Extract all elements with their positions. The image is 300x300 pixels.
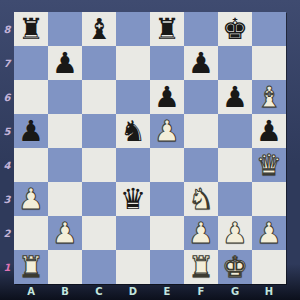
- square-e7[interactable]: [150, 46, 184, 80]
- rank-label-2: 2: [0, 216, 14, 250]
- square-h8[interactable]: [252, 12, 286, 46]
- square-b4[interactable]: [48, 148, 82, 182]
- square-f1[interactable]: ♜: [184, 250, 218, 284]
- white-pawn-b2[interactable]: ♟: [48, 216, 82, 250]
- file-labels: ABCDEFGH: [14, 284, 286, 300]
- square-c8[interactable]: ♝: [82, 12, 116, 46]
- square-f4[interactable]: [184, 148, 218, 182]
- square-g5[interactable]: [218, 114, 252, 148]
- square-c5[interactable]: [82, 114, 116, 148]
- square-g3[interactable]: [218, 182, 252, 216]
- square-f6[interactable]: [184, 80, 218, 114]
- white-bishop-h6[interactable]: ♝: [252, 80, 286, 114]
- white-rook-a1[interactable]: ♜: [14, 250, 48, 284]
- square-b1[interactable]: [48, 250, 82, 284]
- square-f7[interactable]: ♟: [184, 46, 218, 80]
- square-g8[interactable]: ♚: [218, 12, 252, 46]
- white-pawn-h2[interactable]: ♟: [252, 216, 286, 250]
- square-f5[interactable]: [184, 114, 218, 148]
- square-h4[interactable]: ♛: [252, 148, 286, 182]
- file-label-f: F: [184, 284, 218, 300]
- rank-label-3: 3: [0, 182, 14, 216]
- square-h7[interactable]: [252, 46, 286, 80]
- chessboard: ♜♝♜♚♟♟♟♟♝♟♞♟♟♛♟♛♞♟♟♟♟♜♜♚: [14, 12, 286, 284]
- black-rook-e8[interactable]: ♜: [150, 12, 184, 46]
- square-a1[interactable]: ♜: [14, 250, 48, 284]
- square-d7[interactable]: [116, 46, 150, 80]
- square-e3[interactable]: [150, 182, 184, 216]
- square-f3[interactable]: ♞: [184, 182, 218, 216]
- black-knight-d5[interactable]: ♞: [116, 114, 150, 148]
- square-b5[interactable]: [48, 114, 82, 148]
- square-b3[interactable]: [48, 182, 82, 216]
- square-a6[interactable]: [14, 80, 48, 114]
- white-pawn-e5[interactable]: ♟: [150, 114, 184, 148]
- square-a4[interactable]: [14, 148, 48, 182]
- file-label-e: E: [150, 284, 184, 300]
- rank-label-7: 7: [0, 46, 14, 80]
- square-b7[interactable]: ♟: [48, 46, 82, 80]
- square-e6[interactable]: ♟: [150, 80, 184, 114]
- white-pawn-g2[interactable]: ♟: [218, 216, 252, 250]
- file-label-b: B: [48, 284, 82, 300]
- white-pawn-a3[interactable]: ♟: [14, 182, 48, 216]
- square-h2[interactable]: ♟: [252, 216, 286, 250]
- black-king-g8[interactable]: ♚: [218, 12, 252, 46]
- file-label-g: G: [218, 284, 252, 300]
- square-e2[interactable]: [150, 216, 184, 250]
- square-g1[interactable]: ♚: [218, 250, 252, 284]
- square-f8[interactable]: [184, 12, 218, 46]
- black-pawn-e6[interactable]: ♟: [150, 80, 184, 114]
- square-c7[interactable]: [82, 46, 116, 80]
- square-f2[interactable]: ♟: [184, 216, 218, 250]
- file-label-h: H: [252, 284, 286, 300]
- square-c3[interactable]: [82, 182, 116, 216]
- black-pawn-b7[interactable]: ♟: [48, 46, 82, 80]
- square-h3[interactable]: [252, 182, 286, 216]
- square-e5[interactable]: ♟: [150, 114, 184, 148]
- rank-label-4: 4: [0, 148, 14, 182]
- square-g7[interactable]: [218, 46, 252, 80]
- file-label-c: C: [82, 284, 116, 300]
- white-king-g1[interactable]: ♚: [218, 250, 252, 284]
- white-rook-f1[interactable]: ♜: [184, 250, 218, 284]
- square-d3[interactable]: ♛: [116, 182, 150, 216]
- black-pawn-f7[interactable]: ♟: [184, 46, 218, 80]
- black-pawn-g6[interactable]: ♟: [218, 80, 252, 114]
- square-h6[interactable]: ♝: [252, 80, 286, 114]
- square-b6[interactable]: [48, 80, 82, 114]
- square-b2[interactable]: ♟: [48, 216, 82, 250]
- square-c4[interactable]: [82, 148, 116, 182]
- rank-label-1: 1: [0, 250, 14, 284]
- file-label-d: D: [116, 284, 150, 300]
- square-g6[interactable]: ♟: [218, 80, 252, 114]
- white-pawn-f2[interactable]: ♟: [184, 216, 218, 250]
- white-queen-h4[interactable]: ♛: [252, 148, 286, 182]
- square-e1[interactable]: [150, 250, 184, 284]
- rank-label-8: 8: [0, 12, 14, 46]
- square-b8[interactable]: [48, 12, 82, 46]
- rank-label-6: 6: [0, 80, 14, 114]
- black-rook-a8[interactable]: ♜: [14, 12, 48, 46]
- black-bishop-c8[interactable]: ♝: [82, 12, 116, 46]
- square-d2[interactable]: [116, 216, 150, 250]
- square-c2[interactable]: [82, 216, 116, 250]
- square-a7[interactable]: [14, 46, 48, 80]
- square-e8[interactable]: ♜: [150, 12, 184, 46]
- square-g2[interactable]: ♟: [218, 216, 252, 250]
- square-d1[interactable]: [116, 250, 150, 284]
- square-a2[interactable]: [14, 216, 48, 250]
- square-h1[interactable]: [252, 250, 286, 284]
- square-d8[interactable]: [116, 12, 150, 46]
- black-queen-d3[interactable]: ♛: [116, 182, 150, 216]
- rank-label-5: 5: [0, 114, 14, 148]
- square-d6[interactable]: [116, 80, 150, 114]
- chessboard-frame: 87654321 ♜♝♜♚♟♟♟♟♝♟♞♟♟♛♟♛♞♟♟♟♟♜♜♚ ABCDEF…: [0, 0, 300, 300]
- square-d4[interactable]: [116, 148, 150, 182]
- square-g4[interactable]: [218, 148, 252, 182]
- square-e4[interactable]: [150, 148, 184, 182]
- white-knight-f3[interactable]: ♞: [184, 182, 218, 216]
- rank-labels: 87654321: [0, 12, 14, 284]
- square-a3[interactable]: ♟: [14, 182, 48, 216]
- square-h5[interactable]: ♟: [252, 114, 286, 148]
- square-c1[interactable]: [82, 250, 116, 284]
- square-a5[interactable]: ♟: [14, 114, 48, 148]
- square-c6[interactable]: [82, 80, 116, 114]
- square-d5[interactable]: ♞: [116, 114, 150, 148]
- black-pawn-a5[interactable]: ♟: [14, 114, 48, 148]
- file-label-a: A: [14, 284, 48, 300]
- black-pawn-h5[interactable]: ♟: [252, 114, 286, 148]
- square-a8[interactable]: ♜: [14, 12, 48, 46]
